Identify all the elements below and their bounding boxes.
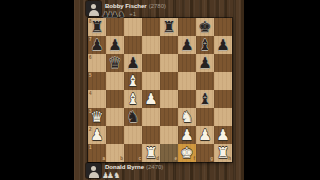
white-pawn[interactable]: ♟ xyxy=(196,126,214,144)
video-frame: Bobby Fischer(2780) ♟♟♟♞+1 87654321abcde… xyxy=(0,0,320,180)
file-label-e: e xyxy=(174,156,177,161)
black-queen[interactable]: ♛ xyxy=(106,54,124,72)
black-pawn[interactable]: ♟ xyxy=(106,36,124,54)
square-d3[interactable] xyxy=(142,108,160,126)
bottom-player-name: Donald Byrne xyxy=(105,164,144,170)
rank-label-4: 4 xyxy=(89,91,92,96)
square-d5[interactable] xyxy=(142,72,160,90)
square-h3[interactable] xyxy=(214,108,232,126)
chess-app: Bobby Fischer(2780) ♟♟♟♞+1 87654321abcde… xyxy=(74,0,244,180)
captured-knight-icon: ♞ xyxy=(113,172,120,180)
square-h6[interactable] xyxy=(214,54,232,72)
white-king[interactable]: ♚ xyxy=(178,144,196,162)
black-pawn[interactable]: ♟ xyxy=(178,36,196,54)
black-pawn[interactable]: ♟ xyxy=(214,36,232,54)
square-a6[interactable]: 6 xyxy=(88,54,106,72)
square-e1[interactable]: e xyxy=(160,144,178,162)
square-e3[interactable] xyxy=(160,108,178,126)
square-h5[interactable] xyxy=(214,72,232,90)
rank-label-5: 5 xyxy=(89,73,92,78)
rank-label-6: 6 xyxy=(89,55,92,60)
square-f5[interactable] xyxy=(178,72,196,90)
material-advantage: +1 xyxy=(129,11,136,17)
white-rook[interactable]: ♜ xyxy=(214,144,232,162)
square-c1[interactable]: c xyxy=(124,144,142,162)
square-c2[interactable] xyxy=(124,126,142,144)
square-b4[interactable] xyxy=(106,90,124,108)
file-label-c: c xyxy=(138,156,141,161)
square-f8[interactable] xyxy=(178,18,196,36)
bottom-player-avatar[interactable] xyxy=(86,163,101,178)
white-bishop[interactable]: ♝ xyxy=(124,90,142,108)
black-king[interactable]: ♚ xyxy=(196,18,214,36)
top-player-name: Bobby Fischer xyxy=(105,3,147,9)
square-e4[interactable] xyxy=(160,90,178,108)
square-b2[interactable] xyxy=(106,126,124,144)
square-a4[interactable]: 4 xyxy=(88,90,106,108)
top-player-avatar[interactable] xyxy=(86,1,101,16)
square-e7[interactable] xyxy=(160,36,178,54)
square-g5[interactable] xyxy=(196,72,214,90)
square-e2[interactable] xyxy=(160,126,178,144)
square-b1[interactable]: b xyxy=(106,144,124,162)
square-b3[interactable] xyxy=(106,108,124,126)
square-f4[interactable] xyxy=(178,90,196,108)
file-label-b: b xyxy=(120,156,123,161)
white-knight[interactable]: ♞ xyxy=(178,108,196,126)
black-knight[interactable]: ♞ xyxy=(124,108,142,126)
white-pawn[interactable]: ♟ xyxy=(88,126,106,144)
top-player-bar: Bobby Fischer(2780) xyxy=(105,3,166,10)
square-h8[interactable] xyxy=(214,18,232,36)
white-queen[interactable]: ♛ xyxy=(88,108,106,126)
black-pawn[interactable]: ♟ xyxy=(196,54,214,72)
white-pawn[interactable]: ♟ xyxy=(178,126,196,144)
white-rook[interactable]: ♜ xyxy=(142,144,160,162)
square-e5[interactable] xyxy=(160,72,178,90)
bottom-player-rating: (2470) xyxy=(146,164,163,170)
top-captured-pieces: ♟♟♟♞+1 xyxy=(102,10,136,18)
bottom-player-bar: Donald Byrne(2470) xyxy=(105,164,163,171)
bottom-captured-pieces: ♟♟♞ xyxy=(102,172,121,180)
black-bishop[interactable]: ♝ xyxy=(196,36,214,54)
rank-label-1: 1 xyxy=(89,145,92,150)
square-d6[interactable] xyxy=(142,54,160,72)
white-pawn[interactable]: ♟ xyxy=(214,126,232,144)
square-d2[interactable] xyxy=(142,126,160,144)
top-player-rating: (2780) xyxy=(149,3,166,9)
black-bishop[interactable]: ♝ xyxy=(196,90,214,108)
square-c7[interactable] xyxy=(124,36,142,54)
square-a1[interactable]: 1a xyxy=(88,144,106,162)
square-g3[interactable] xyxy=(196,108,214,126)
file-label-a: a xyxy=(102,156,105,161)
black-rook[interactable]: ♜ xyxy=(88,18,106,36)
white-pawn[interactable]: ♟ xyxy=(142,90,160,108)
black-pawn[interactable]: ♟ xyxy=(124,54,142,72)
square-c8[interactable] xyxy=(124,18,142,36)
square-f6[interactable] xyxy=(178,54,196,72)
square-d8[interactable] xyxy=(142,18,160,36)
black-pawn[interactable]: ♟ xyxy=(88,36,106,54)
square-a5[interactable]: 5 xyxy=(88,72,106,90)
square-b8[interactable] xyxy=(106,18,124,36)
square-b5[interactable] xyxy=(106,72,124,90)
square-e6[interactable] xyxy=(160,54,178,72)
square-g1[interactable]: g xyxy=(196,144,214,162)
file-label-g: g xyxy=(210,156,213,161)
square-d7[interactable] xyxy=(142,36,160,54)
square-h4[interactable] xyxy=(214,90,232,108)
chess-board: 87654321abcdefgh♜♜♚♟♟♟♝♟♛♟♟♝♝♟♝♛♞♞♟♟♟♟♜♚… xyxy=(88,18,232,162)
black-rook[interactable]: ♜ xyxy=(160,18,178,36)
white-bishop[interactable]: ♝ xyxy=(124,72,142,90)
